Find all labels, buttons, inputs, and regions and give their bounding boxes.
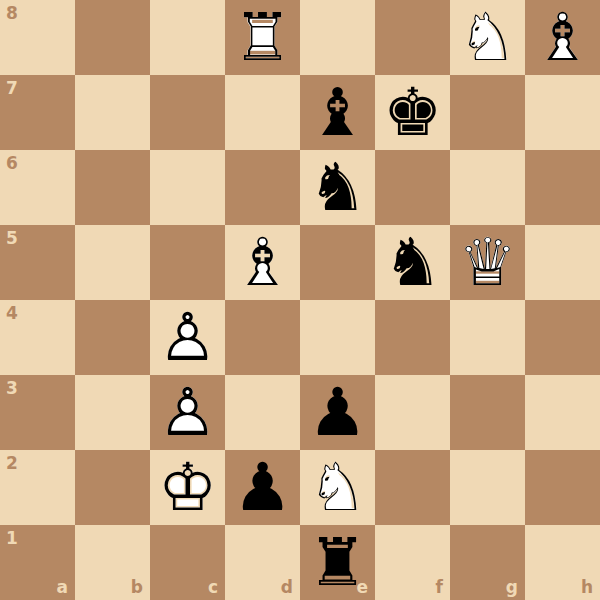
white-knight-icon: ♘ [308, 455, 367, 521]
black-knight-icon: ♞ [383, 230, 442, 296]
square-e7[interactable]: ♝ [300, 75, 375, 150]
square-a8[interactable]: 8 [0, 0, 75, 75]
black-king-icon: ♚ [383, 80, 442, 146]
black-pawn-icon: ♟ [308, 380, 367, 446]
square-f5[interactable]: ♞ [375, 225, 450, 300]
square-b1[interactable]: b [75, 525, 150, 600]
black-king[interactable]: ♚ [375, 75, 450, 150]
square-e8[interactable] [300, 0, 375, 75]
square-b6[interactable] [75, 150, 150, 225]
square-c3[interactable]: ♟♙ [150, 375, 225, 450]
white-king[interactable]: ♚♔ [150, 450, 225, 525]
square-d6[interactable] [225, 150, 300, 225]
square-d2[interactable]: ♟ [225, 450, 300, 525]
square-h1[interactable]: h [525, 525, 600, 600]
square-g2[interactable] [450, 450, 525, 525]
white-queen-icon: ♕ [458, 230, 517, 296]
square-c2[interactable]: ♚♔ [150, 450, 225, 525]
square-h4[interactable] [525, 300, 600, 375]
file-label-b: b [131, 579, 143, 596]
rank-label-7: 7 [6, 80, 18, 97]
white-pawn[interactable]: ♟♙ [150, 375, 225, 450]
black-knight[interactable]: ♞ [300, 150, 375, 225]
white-queen[interactable]: ♛♕ [450, 225, 525, 300]
white-bishop-icon: ♗ [533, 5, 592, 71]
rank-label-8: 8 [6, 5, 18, 22]
white-bishop-icon: ♗ [233, 230, 292, 296]
square-d8[interactable]: ♜♖ [225, 0, 300, 75]
square-e3[interactable]: ♟ [300, 375, 375, 450]
white-pawn-icon: ♙ [158, 380, 217, 446]
white-knight-icon: ♘ [458, 5, 517, 71]
file-label-h: h [581, 579, 593, 596]
square-f2[interactable] [375, 450, 450, 525]
square-h3[interactable] [525, 375, 600, 450]
square-g5[interactable]: ♛♕ [450, 225, 525, 300]
square-d4[interactable] [225, 300, 300, 375]
square-a7[interactable]: 7 [0, 75, 75, 150]
white-knight[interactable]: ♞♘ [300, 450, 375, 525]
square-f1[interactable]: f [375, 525, 450, 600]
square-b2[interactable] [75, 450, 150, 525]
square-h6[interactable] [525, 150, 600, 225]
square-a6[interactable]: 6 [0, 150, 75, 225]
black-rook-icon: ♜ [308, 530, 367, 596]
square-a4[interactable]: 4 [0, 300, 75, 375]
square-e4[interactable] [300, 300, 375, 375]
square-c6[interactable] [150, 150, 225, 225]
square-a5[interactable]: 5 [0, 225, 75, 300]
square-h7[interactable] [525, 75, 600, 150]
black-knight[interactable]: ♞ [375, 225, 450, 300]
square-a1[interactable]: 1a [0, 525, 75, 600]
chess-board: 8♜♖♞♘♝♗7♝♚6♞5♝♗♞♛♕4♟♙3♟♙♟2♚♔♟♞♘1abcde♜fg… [0, 0, 600, 600]
square-f3[interactable] [375, 375, 450, 450]
square-e5[interactable] [300, 225, 375, 300]
square-g8[interactable]: ♞♘ [450, 0, 525, 75]
square-d5[interactable]: ♝♗ [225, 225, 300, 300]
rank-label-2: 2 [6, 455, 18, 472]
rank-label-6: 6 [6, 155, 18, 172]
square-b4[interactable] [75, 300, 150, 375]
square-f4[interactable] [375, 300, 450, 375]
file-label-d: d [281, 579, 293, 596]
square-d7[interactable] [225, 75, 300, 150]
white-pawn[interactable]: ♟♙ [150, 300, 225, 375]
white-knight[interactable]: ♞♘ [450, 0, 525, 75]
square-e6[interactable]: ♞ [300, 150, 375, 225]
black-bishop-icon: ♝ [308, 80, 367, 146]
square-h5[interactable] [525, 225, 600, 300]
square-c1[interactable]: c [150, 525, 225, 600]
square-e2[interactable]: ♞♘ [300, 450, 375, 525]
square-e1[interactable]: e♜ [300, 525, 375, 600]
white-king-icon: ♔ [158, 455, 217, 521]
rank-label-5: 5 [6, 230, 18, 247]
square-b8[interactable] [75, 0, 150, 75]
white-rook-icon: ♖ [233, 5, 292, 71]
black-bishop[interactable]: ♝ [300, 75, 375, 150]
square-b3[interactable] [75, 375, 150, 450]
square-d1[interactable]: d [225, 525, 300, 600]
white-pawn-icon: ♙ [158, 305, 217, 371]
black-pawn[interactable]: ♟ [300, 375, 375, 450]
square-b7[interactable] [75, 75, 150, 150]
square-f7[interactable]: ♚ [375, 75, 450, 150]
square-a3[interactable]: 3 [0, 375, 75, 450]
square-g4[interactable] [450, 300, 525, 375]
square-g6[interactable] [450, 150, 525, 225]
square-c5[interactable] [150, 225, 225, 300]
file-label-a: a [57, 579, 68, 596]
square-c7[interactable] [150, 75, 225, 150]
square-f8[interactable] [375, 0, 450, 75]
square-a2[interactable]: 2 [0, 450, 75, 525]
rank-label-3: 3 [6, 380, 18, 397]
square-h8[interactable]: ♝♗ [525, 0, 600, 75]
black-pawn[interactable]: ♟ [225, 450, 300, 525]
rank-label-4: 4 [6, 305, 18, 322]
square-d3[interactable] [225, 375, 300, 450]
square-g1[interactable]: g [450, 525, 525, 600]
square-f6[interactable] [375, 150, 450, 225]
file-label-c: c [208, 579, 218, 596]
black-rook[interactable]: ♜ [300, 525, 375, 600]
black-pawn-icon: ♟ [233, 455, 292, 521]
white-bishop[interactable]: ♝♗ [525, 0, 600, 75]
square-g7[interactable] [450, 75, 525, 150]
white-bishop[interactable]: ♝♗ [225, 225, 300, 300]
black-knight-icon: ♞ [308, 155, 367, 221]
square-c8[interactable] [150, 0, 225, 75]
square-c4[interactable]: ♟♙ [150, 300, 225, 375]
square-h2[interactable] [525, 450, 600, 525]
file-label-f: f [436, 579, 443, 596]
file-label-g: g [506, 579, 518, 596]
square-g3[interactable] [450, 375, 525, 450]
square-b5[interactable] [75, 225, 150, 300]
white-rook[interactable]: ♜♖ [225, 0, 300, 75]
rank-label-1: 1 [6, 530, 18, 547]
